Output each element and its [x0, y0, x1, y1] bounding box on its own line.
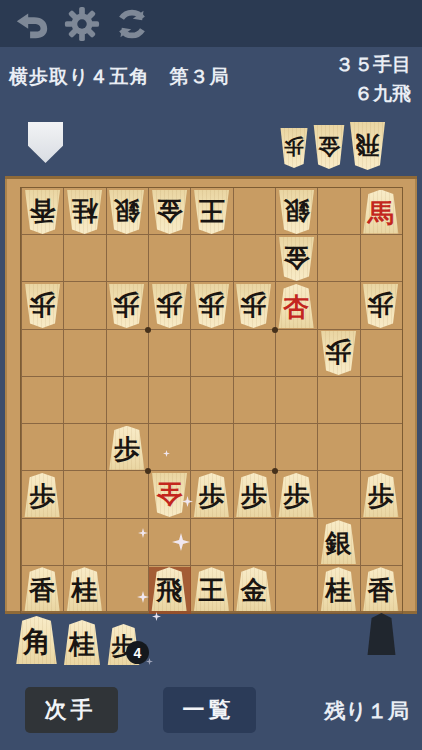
board-piece-銀-gote: 銀 [107, 190, 146, 234]
board-piece-歩-sente: 歩 [234, 473, 273, 517]
board-piece-銀-sente: 銀 [319, 520, 358, 564]
shogi-app: 横歩取り４五角 第３局 ３５手目 ６九飛 歩 金 飛 香桂銀金王銀馬金歩歩歩歩歩… [0, 0, 422, 750]
board-piece-歩-sente: 歩 [277, 473, 316, 517]
board-piece-金-gote: 金 [150, 190, 189, 234]
board-piece-歩-gote: 歩 [107, 284, 146, 328]
opening-title: 横歩取り４五角 第３局 [9, 64, 229, 90]
move-list-button[interactable]: 一覧 [163, 687, 256, 733]
board-piece-歩-gote: 歩 [361, 284, 400, 328]
move-info: ３５手目 ６九飛 [335, 50, 411, 108]
remaining-games-label: 残り１局 [325, 697, 410, 725]
board-piece-歩-gote: 歩 [192, 284, 231, 328]
refresh-icon[interactable] [112, 5, 152, 43]
shogi-board[interactable]: 香桂銀金王銀馬金歩歩歩歩歩杏歩歩歩歩全歩歩歩歩銀香桂飛王金桂香 [5, 176, 417, 614]
settings-gear-icon[interactable] [62, 5, 102, 43]
board-piece-歩-gote: 歩 [23, 284, 62, 328]
board-piece-馬-sente: 馬 [361, 190, 400, 234]
undo-icon[interactable] [12, 5, 52, 43]
next-move-button[interactable]: 次手 [25, 687, 118, 733]
board-piece-王-gote: 王 [192, 190, 231, 234]
star-point-dot [272, 468, 278, 474]
board-piece-歩-sente: 歩 [192, 473, 231, 517]
sparkle [146, 658, 153, 665]
hand-piece-sente-knight[interactable]: 桂 [62, 620, 102, 665]
star-point-dot [145, 327, 151, 333]
board-piece-王-sente: 王 [192, 567, 231, 611]
board-piece-桂-sente: 桂 [319, 567, 358, 611]
star-point-dot [145, 468, 151, 474]
gote-shield-icon [28, 122, 63, 163]
board-piece-香-gote: 香 [23, 190, 62, 234]
board-piece-香-sente: 香 [23, 567, 62, 611]
board-piece-香-sente: 香 [361, 567, 400, 611]
star-point-dot [272, 327, 278, 333]
board-piece-金-gote: 金 [277, 237, 316, 281]
hand-piece-sente-bishop[interactable]: 角 [14, 616, 59, 664]
hand-piece-gote-rook[interactable]: 飛 [348, 122, 387, 170]
hand-piece-gote-pawn[interactable]: 歩 [279, 128, 309, 168]
board-piece-銀-gote: 銀 [277, 190, 316, 234]
board-piece-全-gote: 全 [150, 473, 189, 517]
last-move-label: ６九飛 [335, 79, 411, 108]
board-grid: 香桂銀金王銀馬金歩歩歩歩歩杏歩歩歩歩全歩歩歩歩銀香桂飛王金桂香 [20, 187, 403, 614]
board-piece-歩-sente: 歩 [23, 473, 62, 517]
board-piece-歩-gote: 歩 [150, 284, 189, 328]
hand-piece-gote-gold[interactable]: 金 [312, 125, 346, 169]
pawn-count-badge: 4 [126, 641, 149, 664]
board-piece-歩-sente: 歩 [361, 473, 400, 517]
board-piece-金-sente: 金 [234, 567, 273, 611]
sente-piece-icon [366, 613, 397, 655]
board-piece-桂-gote: 桂 [65, 190, 104, 234]
move-number-label: ３５手目 [335, 50, 411, 79]
board-piece-杏-sente: 杏 [277, 284, 316, 328]
board-piece-歩-sente: 歩 [107, 426, 146, 470]
top-toolbar [0, 0, 422, 47]
board-piece-歩-gote: 歩 [319, 331, 358, 375]
board-piece-歩-gote: 歩 [234, 284, 273, 328]
board-piece-桂-sente: 桂 [65, 567, 104, 611]
